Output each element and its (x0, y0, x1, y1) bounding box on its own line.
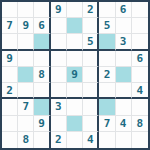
sudoku-cell-r6c0[interactable] (2, 99, 18, 115)
sudoku-cell-r0c3[interactable]: 9 (51, 2, 67, 18)
sudoku-cell-r2c7[interactable]: 3 (116, 34, 132, 50)
sudoku-cell-r4c1[interactable] (18, 67, 34, 83)
sudoku-cell-r8c4[interactable] (67, 132, 83, 148)
sudoku-cell-r7c3[interactable] (51, 116, 67, 132)
sudoku-cell-r7c6[interactable]: 7 (99, 116, 115, 132)
sudoku-cell-r8c1[interactable]: 8 (18, 132, 34, 148)
sudoku-cell-r1c0[interactable]: 7 (2, 18, 18, 34)
sudoku-cell-r3c4[interactable] (67, 51, 83, 67)
sudoku-cell-r8c6[interactable] (99, 132, 115, 148)
sudoku-cell-r0c8[interactable] (132, 2, 148, 18)
sudoku-cell-r1c2[interactable]: 6 (34, 18, 50, 34)
sudoku-cell-r1c4[interactable] (67, 18, 83, 34)
sudoku-cell-r0c6[interactable] (99, 2, 115, 18)
sudoku-cell-r3c7[interactable] (116, 51, 132, 67)
sudoku-cell-r0c0[interactable] (2, 2, 18, 18)
sudoku-cell-r5c1[interactable] (18, 83, 34, 99)
sudoku-cell-r4c5[interactable] (83, 67, 99, 83)
sudoku-cell-r8c5[interactable]: 4 (83, 132, 99, 148)
sudoku-cell-r6c7[interactable] (116, 99, 132, 115)
sudoku-cell-r3c2[interactable] (34, 51, 50, 67)
sudoku-cell-r1c8[interactable] (132, 18, 148, 34)
sudoku-cell-r4c3[interactable] (51, 67, 67, 83)
sudoku-cell-r5c7[interactable] (116, 83, 132, 99)
sudoku-board: 9267965539689224739748824 (0, 0, 150, 150)
sudoku-cell-r0c5[interactable]: 2 (83, 2, 99, 18)
sudoku-cell-r4c2[interactable]: 8 (34, 67, 50, 83)
sudoku-cell-r2c4[interactable] (67, 34, 83, 50)
sudoku-cell-r7c7[interactable]: 4 (116, 116, 132, 132)
sudoku-cell-r7c0[interactable] (2, 116, 18, 132)
sudoku-cell-r8c0[interactable] (2, 132, 18, 148)
sudoku-cell-r3c3[interactable] (51, 51, 67, 67)
sudoku-cell-r6c5[interactable] (83, 99, 99, 115)
sudoku-cell-r1c7[interactable] (116, 18, 132, 34)
sudoku-cell-r7c1[interactable] (18, 116, 34, 132)
sudoku-cell-r6c4[interactable] (67, 99, 83, 115)
sudoku-cell-r5c6[interactable] (99, 83, 115, 99)
sudoku-cell-r1c6[interactable]: 5 (99, 18, 115, 34)
sudoku-cell-r2c8[interactable] (132, 34, 148, 50)
sudoku-cell-r3c1[interactable] (18, 51, 34, 67)
sudoku-cell-r8c3[interactable]: 2 (51, 132, 67, 148)
sudoku-cell-r1c1[interactable]: 9 (18, 18, 34, 34)
sudoku-cell-r2c6[interactable] (99, 34, 115, 50)
sudoku-cell-r2c1[interactable] (18, 34, 34, 50)
sudoku-cell-r5c2[interactable] (34, 83, 50, 99)
sudoku-cell-r4c7[interactable] (116, 67, 132, 83)
sudoku-cell-r1c5[interactable] (83, 18, 99, 34)
sudoku-cell-r2c2[interactable] (34, 34, 50, 50)
sudoku-cell-r2c3[interactable] (51, 34, 67, 50)
sudoku-cell-r0c1[interactable] (18, 2, 34, 18)
sudoku-cell-r4c6[interactable]: 2 (99, 67, 115, 83)
sudoku-cell-r0c4[interactable] (67, 2, 83, 18)
sudoku-cell-r6c1[interactable]: 7 (18, 99, 34, 115)
sudoku-cell-r7c5[interactable] (83, 116, 99, 132)
sudoku-cell-r2c5[interactable]: 5 (83, 34, 99, 50)
sudoku-cell-r2c0[interactable] (2, 34, 18, 50)
sudoku-cell-r3c6[interactable] (99, 51, 115, 67)
sudoku-cell-r4c0[interactable] (2, 67, 18, 83)
sudoku-cell-r5c3[interactable] (51, 83, 67, 99)
sudoku-cell-r7c8[interactable]: 8 (132, 116, 148, 132)
sudoku-cell-r6c2[interactable] (34, 99, 50, 115)
sudoku-cell-r5c4[interactable] (67, 83, 83, 99)
sudoku-cell-r0c2[interactable] (34, 2, 50, 18)
sudoku-cell-r8c8[interactable] (132, 132, 148, 148)
sudoku-cell-r3c5[interactable] (83, 51, 99, 67)
sudoku-cell-r5c0[interactable]: 2 (2, 83, 18, 99)
sudoku-cell-r4c4[interactable]: 9 (67, 67, 83, 83)
sudoku-cell-r6c6[interactable] (99, 99, 115, 115)
sudoku-cell-r6c3[interactable]: 3 (51, 99, 67, 115)
sudoku-cell-r1c3[interactable] (51, 18, 67, 34)
sudoku-cell-r8c7[interactable] (116, 132, 132, 148)
sudoku-cell-r7c2[interactable]: 9 (34, 116, 50, 132)
sudoku-cell-r3c0[interactable]: 9 (2, 51, 18, 67)
sudoku-cell-r8c2[interactable] (34, 132, 50, 148)
sudoku-cell-r5c5[interactable] (83, 83, 99, 99)
sudoku-cell-r5c8[interactable]: 4 (132, 83, 148, 99)
sudoku-cell-r7c4[interactable] (67, 116, 83, 132)
sudoku-cell-r4c8[interactable] (132, 67, 148, 83)
sudoku-cell-r6c8[interactable] (132, 99, 148, 115)
sudoku-cell-r3c8[interactable]: 6 (132, 51, 148, 67)
sudoku-cell-r0c7[interactable]: 6 (116, 2, 132, 18)
